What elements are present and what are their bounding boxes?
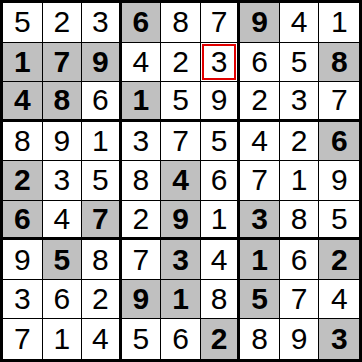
sudoku-cell-r4c3[interactable]: 1: [82, 122, 122, 162]
sudoku-cell-r4c6[interactable]: 5: [201, 122, 241, 162]
sudoku-cell-r9c4[interactable]: 5: [122, 319, 162, 359]
sudoku-cell-r2c3[interactable]: 9: [82, 43, 122, 83]
sudoku-cell-r9c3[interactable]: 4: [82, 319, 122, 359]
sudoku-cell-r7c5[interactable]: 3: [161, 240, 201, 280]
sudoku-cell-r8c9[interactable]: 4: [319, 280, 359, 320]
sudoku-cell-r2c1[interactable]: 1: [3, 43, 43, 83]
sudoku-cell-r3c9[interactable]: 7: [319, 82, 359, 122]
sudoku-cell-r5c6[interactable]: 6: [201, 161, 241, 201]
sudoku-cell-r5c9[interactable]: 9: [319, 161, 359, 201]
sudoku-cell-r5c8[interactable]: 1: [280, 161, 320, 201]
sudoku-cell-r2c7[interactable]: 6: [240, 43, 280, 83]
sudoku-cell-r2c6[interactable]: 3: [201, 43, 241, 83]
sudoku-cell-r8c8[interactable]: 7: [280, 280, 320, 320]
sudoku-cell-r7c9[interactable]: 2: [319, 240, 359, 280]
sudoku-cell-r1c5[interactable]: 8: [161, 3, 201, 43]
sudoku-cell-r4c2[interactable]: 9: [43, 122, 83, 162]
sudoku-cell-r8c7[interactable]: 5: [240, 280, 280, 320]
sudoku-cell-r5c7[interactable]: 7: [240, 161, 280, 201]
sudoku-cell-r4c1[interactable]: 8: [3, 122, 43, 162]
sudoku-cell-r5c3[interactable]: 5: [82, 161, 122, 201]
sudoku-cell-r6c8[interactable]: 8: [280, 201, 320, 241]
sudoku-cell-r2c5[interactable]: 2: [161, 43, 201, 83]
sudoku-cell-r9c7[interactable]: 8: [240, 319, 280, 359]
sudoku-cell-r6c5[interactable]: 9: [161, 201, 201, 241]
sudoku-cell-r2c4[interactable]: 4: [122, 43, 162, 83]
sudoku-cell-r6c4[interactable]: 2: [122, 201, 162, 241]
sudoku-cell-r7c4[interactable]: 7: [122, 240, 162, 280]
sudoku-cell-r4c4[interactable]: 3: [122, 122, 162, 162]
sudoku-cell-r3c6[interactable]: 9: [201, 82, 241, 122]
sudoku-cell-r1c9[interactable]: 1: [319, 3, 359, 43]
sudoku-cell-r8c5[interactable]: 1: [161, 280, 201, 320]
sudoku-cell-r4c5[interactable]: 7: [161, 122, 201, 162]
sudoku-cell-r8c2[interactable]: 6: [43, 280, 83, 320]
sudoku-cell-r3c4[interactable]: 1: [122, 82, 162, 122]
sudoku-cell-r9c1[interactable]: 7: [3, 319, 43, 359]
sudoku-cell-r7c2[interactable]: 5: [43, 240, 83, 280]
sudoku-cell-r1c1[interactable]: 5: [3, 3, 43, 43]
sudoku-cell-r7c8[interactable]: 6: [280, 240, 320, 280]
sudoku-cell-r4c8[interactable]: 2: [280, 122, 320, 162]
sudoku-cell-r3c3[interactable]: 6: [82, 82, 122, 122]
sudoku-cell-r8c6[interactable]: 8: [201, 280, 241, 320]
sudoku-cell-r7c3[interactable]: 8: [82, 240, 122, 280]
sudoku-cell-r9c2[interactable]: 1: [43, 319, 83, 359]
sudoku-cell-r3c2[interactable]: 8: [43, 82, 83, 122]
sudoku-cell-r2c8[interactable]: 5: [280, 43, 320, 83]
sudoku-cell-r3c7[interactable]: 2: [240, 82, 280, 122]
sudoku-cell-r7c1[interactable]: 9: [3, 240, 43, 280]
sudoku-cell-r1c3[interactable]: 3: [82, 3, 122, 43]
sudoku-cell-r6c6[interactable]: 1: [201, 201, 241, 241]
sudoku-cell-r9c6[interactable]: 2: [201, 319, 241, 359]
sudoku-cell-r1c2[interactable]: 2: [43, 3, 83, 43]
sudoku-cell-r9c8[interactable]: 9: [280, 319, 320, 359]
sudoku-cell-r7c7[interactable]: 1: [240, 240, 280, 280]
sudoku-cell-r6c1[interactable]: 6: [3, 201, 43, 241]
sudoku-cell-r6c3[interactable]: 7: [82, 201, 122, 241]
sudoku-board: 5236879411794236584861592378913754262358…: [0, 0, 362, 362]
sudoku-cell-r2c9[interactable]: 8: [319, 43, 359, 83]
sudoku-cell-r9c9[interactable]: 3: [319, 319, 359, 359]
sudoku-cell-r9c5[interactable]: 6: [161, 319, 201, 359]
sudoku-cell-r3c5[interactable]: 5: [161, 82, 201, 122]
sudoku-cell-r8c1[interactable]: 3: [3, 280, 43, 320]
sudoku-cell-r4c9[interactable]: 6: [319, 122, 359, 162]
sudoku-cell-r6c2[interactable]: 4: [43, 201, 83, 241]
sudoku-cell-r6c9[interactable]: 5: [319, 201, 359, 241]
sudoku-cell-r7c6[interactable]: 4: [201, 240, 241, 280]
sudoku-cell-r1c7[interactable]: 9: [240, 3, 280, 43]
sudoku-cell-r1c6[interactable]: 7: [201, 3, 241, 43]
sudoku-cell-r1c4[interactable]: 6: [122, 3, 162, 43]
sudoku-cell-r1c8[interactable]: 4: [280, 3, 320, 43]
sudoku-cell-r5c4[interactable]: 8: [122, 161, 162, 201]
selection-ring: [202, 44, 237, 81]
sudoku-cell-r8c3[interactable]: 2: [82, 280, 122, 320]
sudoku-cell-r6c7[interactable]: 3: [240, 201, 280, 241]
sudoku-cell-r2c2[interactable]: 7: [43, 43, 83, 83]
sudoku-cell-r3c8[interactable]: 3: [280, 82, 320, 122]
sudoku-cell-r8c4[interactable]: 9: [122, 280, 162, 320]
sudoku-cell-r5c2[interactable]: 3: [43, 161, 83, 201]
sudoku-cell-r4c7[interactable]: 4: [240, 122, 280, 162]
sudoku-cell-r5c1[interactable]: 2: [3, 161, 43, 201]
sudoku-cell-r3c1[interactable]: 4: [3, 82, 43, 122]
sudoku-cell-r5c5[interactable]: 4: [161, 161, 201, 201]
